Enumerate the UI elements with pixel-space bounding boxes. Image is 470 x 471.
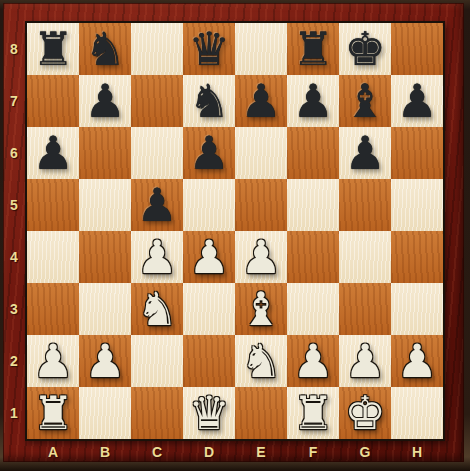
piece-black-king[interactable]: ♚ (344, 26, 385, 72)
square-f4[interactable] (287, 231, 339, 283)
square-a5[interactable] (27, 179, 79, 231)
square-f6[interactable] (287, 127, 339, 179)
square-e6[interactable] (235, 127, 287, 179)
piece-black-knight[interactable]: ♞ (84, 26, 125, 72)
square-b1[interactable] (79, 387, 131, 439)
square-h2[interactable]: ♟ (391, 335, 443, 387)
file-label-g: G (339, 441, 391, 462)
square-b6[interactable] (79, 127, 131, 179)
square-f7[interactable]: ♟ (287, 75, 339, 127)
square-h5[interactable] (391, 179, 443, 231)
square-c2[interactable] (131, 335, 183, 387)
square-h3[interactable] (391, 283, 443, 335)
rank-labels: 87654321 (3, 23, 25, 439)
square-b7[interactable]: ♟ (79, 75, 131, 127)
piece-black-pawn[interactable]: ♟ (84, 78, 125, 124)
square-b5[interactable] (79, 179, 131, 231)
piece-black-queen[interactable]: ♛ (188, 26, 229, 72)
square-c5[interactable]: ♟ (131, 179, 183, 231)
square-h4[interactable] (391, 231, 443, 283)
piece-black-rook[interactable]: ♜ (32, 26, 73, 72)
file-label-c: C (131, 441, 183, 462)
piece-white-knight[interactable]: ♞ (136, 286, 177, 332)
square-d6[interactable]: ♟ (183, 127, 235, 179)
file-label-e: E (235, 441, 287, 462)
file-label-b: B (79, 441, 131, 462)
square-h8[interactable] (391, 23, 443, 75)
square-a1[interactable]: ♜ (27, 387, 79, 439)
square-d5[interactable] (183, 179, 235, 231)
square-c7[interactable] (131, 75, 183, 127)
piece-white-pawn[interactable]: ♟ (188, 234, 229, 280)
square-b8[interactable]: ♞ (79, 23, 131, 75)
square-e5[interactable] (235, 179, 287, 231)
square-g6[interactable]: ♟ (339, 127, 391, 179)
file-label-h: H (391, 441, 443, 462)
rank-label-7: 7 (3, 75, 25, 127)
piece-white-pawn[interactable]: ♟ (292, 338, 333, 384)
piece-black-bishop[interactable]: ♝ (344, 78, 385, 124)
square-e4[interactable]: ♟ (235, 231, 287, 283)
square-a8[interactable]: ♜ (27, 23, 79, 75)
chess-board[interactable]: ♜♞♛♜♚♟♞♟♟♝♟♟♟♟♟♟♟♟♞♝♟♟♞♟♟♟♜♛♜♚ (25, 21, 445, 441)
piece-white-bishop[interactable]: ♝ (240, 286, 281, 332)
piece-white-pawn[interactable]: ♟ (136, 234, 177, 280)
square-f3[interactable] (287, 283, 339, 335)
square-e8[interactable] (235, 23, 287, 75)
piece-white-knight[interactable]: ♞ (240, 338, 281, 384)
square-h7[interactable]: ♟ (391, 75, 443, 127)
square-e2[interactable]: ♞ (235, 335, 287, 387)
square-f2[interactable]: ♟ (287, 335, 339, 387)
square-e1[interactable] (235, 387, 287, 439)
square-a2[interactable]: ♟ (27, 335, 79, 387)
square-e3[interactable]: ♝ (235, 283, 287, 335)
piece-black-pawn[interactable]: ♟ (32, 130, 73, 176)
square-d1[interactable]: ♛ (183, 387, 235, 439)
square-f5[interactable] (287, 179, 339, 231)
file-label-a: A (27, 441, 79, 462)
square-d3[interactable] (183, 283, 235, 335)
rank-label-8: 8 (3, 23, 25, 75)
piece-black-rook[interactable]: ♜ (292, 26, 333, 72)
square-d4[interactable]: ♟ (183, 231, 235, 283)
piece-white-king[interactable]: ♚ (344, 390, 385, 436)
square-a4[interactable] (27, 231, 79, 283)
square-g7[interactable]: ♝ (339, 75, 391, 127)
rank-label-1: 1 (3, 387, 25, 439)
piece-white-queen[interactable]: ♛ (188, 390, 229, 436)
square-a3[interactable] (27, 283, 79, 335)
square-g4[interactable] (339, 231, 391, 283)
square-a7[interactable] (27, 75, 79, 127)
rank-label-3: 3 (3, 283, 25, 335)
piece-white-pawn[interactable]: ♟ (344, 338, 385, 384)
rank-label-5: 5 (3, 179, 25, 231)
square-f8[interactable]: ♜ (287, 23, 339, 75)
square-b4[interactable] (79, 231, 131, 283)
file-labels: ABCDEFGH (27, 441, 443, 462)
piece-black-knight[interactable]: ♞ (188, 78, 229, 124)
square-g1[interactable]: ♚ (339, 387, 391, 439)
piece-black-pawn[interactable]: ♟ (240, 78, 281, 124)
square-c6[interactable] (131, 127, 183, 179)
piece-black-pawn[interactable]: ♟ (396, 78, 437, 124)
square-f1[interactable]: ♜ (287, 387, 339, 439)
square-b2[interactable]: ♟ (79, 335, 131, 387)
piece-white-pawn[interactable]: ♟ (396, 338, 437, 384)
piece-white-pawn[interactable]: ♟ (32, 338, 73, 384)
file-label-f: F (287, 441, 339, 462)
piece-white-rook[interactable]: ♜ (32, 390, 73, 436)
square-d2[interactable] (183, 335, 235, 387)
square-g3[interactable] (339, 283, 391, 335)
file-label-d: D (183, 441, 235, 462)
square-c4[interactable]: ♟ (131, 231, 183, 283)
rank-label-4: 4 (3, 231, 25, 283)
square-g2[interactable]: ♟ (339, 335, 391, 387)
piece-white-rook[interactable]: ♜ (292, 390, 333, 436)
piece-white-pawn[interactable]: ♟ (240, 234, 281, 280)
piece-black-pawn[interactable]: ♟ (188, 130, 229, 176)
square-a6[interactable]: ♟ (27, 127, 79, 179)
square-h1[interactable] (391, 387, 443, 439)
square-g5[interactable] (339, 179, 391, 231)
square-c1[interactable] (131, 387, 183, 439)
rank-label-6: 6 (3, 127, 25, 179)
chessboard-widget: 87654321 ♜♞♛♜♚♟♞♟♟♝♟♟♟♟♟♟♟♟♞♝♟♟♞♟♟♟♜♛♜♚ … (0, 0, 470, 471)
rank-label-2: 2 (3, 335, 25, 387)
square-e7[interactable]: ♟ (235, 75, 287, 127)
square-d7[interactable]: ♞ (183, 75, 235, 127)
square-b3[interactable] (79, 283, 131, 335)
piece-black-pawn[interactable]: ♟ (292, 78, 333, 124)
square-h6[interactable] (391, 127, 443, 179)
square-d8[interactable]: ♛ (183, 23, 235, 75)
square-c8[interactable] (131, 23, 183, 75)
piece-black-pawn[interactable]: ♟ (136, 182, 177, 228)
piece-white-pawn[interactable]: ♟ (84, 338, 125, 384)
square-c3[interactable]: ♞ (131, 283, 183, 335)
square-g8[interactable]: ♚ (339, 23, 391, 75)
piece-black-pawn[interactable]: ♟ (344, 130, 385, 176)
